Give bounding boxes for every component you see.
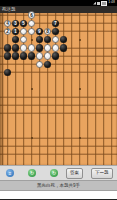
white-stone[interactable] [36, 61, 44, 69]
black-stone-move-3[interactable]: 3 [12, 20, 20, 28]
wifi-icon [97, 2, 100, 5]
black-stone-move-1[interactable]: 1 [12, 28, 20, 36]
signal-icon [93, 2, 96, 5]
white-stone[interactable] [20, 28, 28, 36]
star-point [31, 137, 33, 139]
restart-icon[interactable]: ↻ [28, 169, 36, 177]
go-board[interactable]: 643572198 [0, 13, 117, 165]
black-stone[interactable] [28, 52, 36, 60]
menu-icon[interactable]: ≡ [6, 169, 14, 177]
white-stone-move-6[interactable]: 6 [28, 11, 36, 19]
black-stone-move-9[interactable]: 9 [36, 28, 44, 36]
star-point [79, 39, 81, 41]
white-stone-move-8[interactable]: 8 [44, 28, 52, 36]
next-problem-button[interactable]: 下一题 [91, 168, 113, 179]
white-stone[interactable] [52, 44, 60, 52]
toolbar: ≡ ↻ ↻ 答案 下一题 [0, 165, 117, 180]
white-stone-move-2[interactable]: 2 [4, 28, 12, 36]
black-stone[interactable] [4, 44, 12, 52]
message-bar: 黑先白死，本题共9手 [0, 180, 117, 191]
black-stone-move-5[interactable]: 5 [20, 20, 28, 28]
message-text: 黑先白死，本题共9手 [37, 183, 80, 188]
black-stone[interactable] [60, 44, 68, 52]
star-point [79, 137, 81, 139]
white-stone[interactable] [52, 36, 60, 44]
white-stone[interactable] [28, 20, 36, 28]
white-stone[interactable] [28, 28, 36, 36]
black-stone[interactable] [52, 52, 60, 60]
black-stone[interactable] [44, 61, 52, 69]
black-stone[interactable] [52, 28, 60, 36]
black-stone[interactable] [12, 52, 20, 60]
white-stone[interactable] [44, 44, 52, 52]
black-stone[interactable] [12, 36, 20, 44]
white-stone-move-4[interactable]: 4 [4, 20, 12, 28]
black-stone[interactable] [60, 36, 68, 44]
black-stone[interactable] [4, 69, 12, 77]
battery-icon [101, 1, 107, 6]
black-stone[interactable] [20, 52, 28, 60]
black-stone[interactable] [4, 52, 12, 60]
star-point [31, 88, 33, 90]
redo-icon[interactable]: ↻ [50, 169, 58, 177]
answer-button[interactable]: 答案 [66, 168, 83, 179]
star-point [79, 88, 81, 90]
black-stone[interactable] [44, 36, 52, 44]
page-title: 死活题 [2, 7, 16, 12]
black-stone[interactable] [36, 44, 44, 52]
white-stone[interactable] [44, 52, 52, 60]
status-time: 1:48 [108, 1, 115, 5]
black-stone[interactable] [36, 36, 44, 44]
white-stone[interactable] [28, 44, 36, 52]
white-stone[interactable] [20, 44, 28, 52]
star-point [31, 39, 33, 41]
black-stone[interactable] [12, 44, 20, 52]
white-stone[interactable] [20, 36, 28, 44]
title-bar: 死活题 [0, 6, 117, 13]
white-stone[interactable] [36, 52, 44, 60]
app-screen: 1:48 死活题 643572198 ≡ ↻ ↻ 答案 下一题 黑先白死，本题共… [0, 0, 117, 200]
black-stone-move-7[interactable]: 7 [52, 20, 60, 28]
